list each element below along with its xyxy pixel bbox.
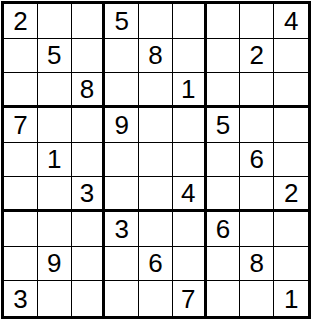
cell-r3c8[interactable] xyxy=(240,73,274,108)
cell-r8c9[interactable] xyxy=(274,247,308,282)
cell-r9c5[interactable] xyxy=(139,281,173,316)
cell-r7c7: 6 xyxy=(207,212,241,247)
cell-r4c1: 7 xyxy=(4,108,38,143)
cell-r6c2[interactable] xyxy=(38,177,72,212)
cell-r3c5[interactable] xyxy=(139,73,173,108)
cell-r2c2: 5 xyxy=(38,39,72,74)
cell-r8c7[interactable] xyxy=(207,247,241,282)
cell-r7c9[interactable] xyxy=(274,212,308,247)
cell-r5c7[interactable] xyxy=(207,143,241,178)
cell-r7c6[interactable] xyxy=(173,212,207,247)
cell-r1c6[interactable] xyxy=(173,4,207,39)
cell-r6c8[interactable] xyxy=(240,177,274,212)
cell-r9c6: 7 xyxy=(173,281,207,316)
cell-r8c2: 9 xyxy=(38,247,72,282)
cell-r3c2[interactable] xyxy=(38,73,72,108)
cell-r5c3[interactable] xyxy=(72,143,106,178)
cell-r8c5: 6 xyxy=(139,247,173,282)
cell-r9c2[interactable] xyxy=(38,281,72,316)
cell-r6c6: 4 xyxy=(173,177,207,212)
cell-r4c9[interactable] xyxy=(274,108,308,143)
cell-r1c7[interactable] xyxy=(207,4,241,39)
cell-r4c4: 9 xyxy=(105,108,139,143)
cell-r5c6[interactable] xyxy=(173,143,207,178)
cell-r2c6[interactable] xyxy=(173,39,207,74)
cell-r5c4[interactable] xyxy=(105,143,139,178)
cell-r6c3: 3 xyxy=(72,177,106,212)
cell-r6c4[interactable] xyxy=(105,177,139,212)
cell-r9c4[interactable] xyxy=(105,281,139,316)
cell-r1c4: 5 xyxy=(105,4,139,39)
cell-r3c3: 8 xyxy=(72,73,106,108)
cell-r9c7[interactable] xyxy=(207,281,241,316)
cell-r1c8[interactable] xyxy=(240,4,274,39)
cell-r3c4[interactable] xyxy=(105,73,139,108)
cell-r9c9: 1 xyxy=(274,281,308,316)
cell-r4c5[interactable] xyxy=(139,108,173,143)
cell-r4c7: 5 xyxy=(207,108,241,143)
cell-r4c2[interactable] xyxy=(38,108,72,143)
cell-r7c5[interactable] xyxy=(139,212,173,247)
cell-r1c3[interactable] xyxy=(72,4,106,39)
cell-r8c3[interactable] xyxy=(72,247,106,282)
cell-r6c1[interactable] xyxy=(4,177,38,212)
cell-r7c8[interactable] xyxy=(240,212,274,247)
cell-r5c2: 1 xyxy=(38,143,72,178)
cell-r8c1[interactable] xyxy=(4,247,38,282)
cell-r3c1[interactable] xyxy=(4,73,38,108)
cell-r2c3[interactable] xyxy=(72,39,106,74)
cell-r9c8[interactable] xyxy=(240,281,274,316)
cell-r5c9[interactable] xyxy=(274,143,308,178)
cell-r3c9[interactable] xyxy=(274,73,308,108)
cell-r1c9: 4 xyxy=(274,4,308,39)
cell-r2c4[interactable] xyxy=(105,39,139,74)
cell-r6c5[interactable] xyxy=(139,177,173,212)
cell-r1c5[interactable] xyxy=(139,4,173,39)
cell-r2c8: 2 xyxy=(240,39,274,74)
cell-r7c3[interactable] xyxy=(72,212,106,247)
cell-r1c2[interactable] xyxy=(38,4,72,39)
cell-r2c1[interactable] xyxy=(4,39,38,74)
cell-r9c3[interactable] xyxy=(72,281,106,316)
cell-r2c7[interactable] xyxy=(207,39,241,74)
cell-r5c8: 6 xyxy=(240,143,274,178)
sudoku-board: 254582817951634236968371 xyxy=(1,1,311,319)
cell-r6c9: 2 xyxy=(274,177,308,212)
cell-r1c1: 2 xyxy=(4,4,38,39)
cell-r3c7[interactable] xyxy=(207,73,241,108)
cell-r7c4: 3 xyxy=(105,212,139,247)
cell-r8c4[interactable] xyxy=(105,247,139,282)
cell-r5c5[interactable] xyxy=(139,143,173,178)
cell-r2c9[interactable] xyxy=(274,39,308,74)
cell-r4c3[interactable] xyxy=(72,108,106,143)
cell-r4c6[interactable] xyxy=(173,108,207,143)
cell-r8c6[interactable] xyxy=(173,247,207,282)
cell-r9c1: 3 xyxy=(4,281,38,316)
cell-r8c8: 8 xyxy=(240,247,274,282)
cell-r3c6: 1 xyxy=(173,73,207,108)
cell-r7c1[interactable] xyxy=(4,212,38,247)
cell-r7c2[interactable] xyxy=(38,212,72,247)
cell-r6c7[interactable] xyxy=(207,177,241,212)
cell-r2c5: 8 xyxy=(139,39,173,74)
cell-r5c1[interactable] xyxy=(4,143,38,178)
cell-r4c8[interactable] xyxy=(240,108,274,143)
